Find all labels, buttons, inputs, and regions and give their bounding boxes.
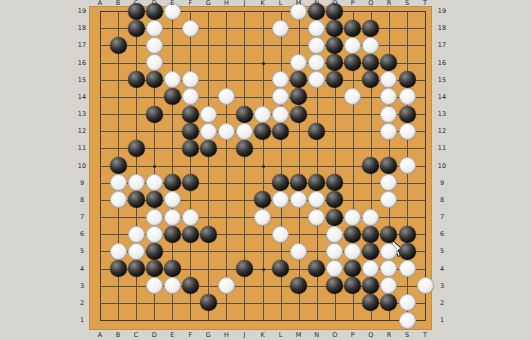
coord-label-right: 2 <box>435 300 449 307</box>
coord-label-top: H <box>219 0 233 7</box>
coord-label-right: 11 <box>435 145 449 152</box>
coord-label-bottom: A <box>93 332 107 339</box>
stone-black[interactable] <box>146 191 163 208</box>
stone-white[interactable] <box>399 294 416 311</box>
coord-label-bottom: R <box>382 332 396 339</box>
coord-label-left: 8 <box>75 197 89 204</box>
coord-label-right: 5 <box>435 248 449 255</box>
coord-label-bottom: H <box>219 332 233 339</box>
coord-label-bottom: C <box>129 332 143 339</box>
coord-label-bottom: K <box>256 332 270 339</box>
stone-black[interactable] <box>110 157 127 174</box>
coord-label-top: G <box>201 0 215 7</box>
coord-label-right: 14 <box>435 94 449 101</box>
stone-white[interactable] <box>110 174 127 191</box>
stone-black[interactable] <box>399 243 416 260</box>
coord-label-bottom: Q <box>364 332 378 339</box>
stone-black[interactable] <box>182 123 199 140</box>
coord-label-right: 12 <box>435 128 449 135</box>
stone-white[interactable] <box>146 277 163 294</box>
stone-black[interactable] <box>362 20 379 37</box>
coord-label-left: 5 <box>75 248 89 255</box>
coord-label-top: J <box>237 0 251 7</box>
coord-label-bottom: E <box>165 332 179 339</box>
stone-black[interactable] <box>326 209 343 226</box>
stone-white[interactable] <box>164 191 181 208</box>
star-point <box>262 165 265 168</box>
stone-black[interactable] <box>254 123 271 140</box>
coord-label-right: 7 <box>435 214 449 221</box>
stone-black[interactable] <box>399 106 416 123</box>
stone-black[interactable] <box>272 260 289 277</box>
coord-label-right: 18 <box>435 25 449 32</box>
stone-white[interactable] <box>128 226 145 243</box>
go-app-window: AABBCCDDEEFFGGHHJJKKLLMMNNOOPPQQRRSSTT19… <box>0 0 531 340</box>
stone-white[interactable] <box>417 277 434 294</box>
coord-label-left: 17 <box>75 42 89 49</box>
stone-black[interactable] <box>182 140 199 157</box>
stone-black[interactable] <box>164 88 181 105</box>
stone-black[interactable] <box>128 260 145 277</box>
stone-black[interactable] <box>399 226 416 243</box>
stone-white[interactable] <box>182 71 199 88</box>
coord-label-right: 19 <box>435 8 449 15</box>
stone-black[interactable] <box>344 226 361 243</box>
stone-black[interactable] <box>308 123 325 140</box>
stone-white[interactable] <box>362 209 379 226</box>
stone-black[interactable] <box>326 20 343 37</box>
stone-black[interactable] <box>146 260 163 277</box>
coord-label-top: C <box>129 0 143 7</box>
coord-label-bottom: J <box>237 332 251 339</box>
stone-black[interactable] <box>182 106 199 123</box>
coord-label-left: 9 <box>75 180 89 187</box>
coord-label-left: 15 <box>75 77 89 84</box>
stone-white[interactable] <box>146 226 163 243</box>
stone-white[interactable] <box>146 209 163 226</box>
stone-black[interactable] <box>326 37 343 54</box>
stone-black[interactable] <box>272 123 289 140</box>
stone-black[interactable] <box>128 140 145 157</box>
coord-label-right: 16 <box>435 60 449 67</box>
grid-line-horizontal <box>100 320 426 321</box>
stone-black[interactable] <box>399 71 416 88</box>
star-point <box>153 165 156 168</box>
stone-white[interactable] <box>164 209 181 226</box>
star-point <box>262 268 265 271</box>
coord-label-top: B <box>111 0 125 7</box>
stone-white[interactable] <box>236 123 253 140</box>
coord-label-top: T <box>418 0 432 7</box>
coord-label-bottom: S <box>400 332 414 339</box>
coord-label-top: L <box>274 0 288 7</box>
stone-white[interactable] <box>326 226 343 243</box>
coord-label-left: 14 <box>75 94 89 101</box>
coord-label-right: 6 <box>435 231 449 238</box>
coord-label-left: 1 <box>75 317 89 324</box>
stone-black[interactable] <box>182 226 199 243</box>
coord-label-right: 8 <box>435 197 449 204</box>
stone-white[interactable] <box>164 277 181 294</box>
stone-black[interactable] <box>182 174 199 191</box>
coord-label-top: K <box>256 0 270 7</box>
stone-black[interactable] <box>128 71 145 88</box>
coord-label-top: F <box>183 0 197 7</box>
coord-label-right: 17 <box>435 42 449 49</box>
stone-white[interactable] <box>344 209 361 226</box>
coord-label-top: M <box>292 0 306 7</box>
coord-label-bottom: O <box>328 332 342 339</box>
stone-black[interactable] <box>146 243 163 260</box>
coord-label-right: 13 <box>435 111 449 118</box>
coord-label-left: 19 <box>75 8 89 15</box>
stone-white[interactable] <box>128 243 145 260</box>
coord-label-top: O <box>328 0 342 7</box>
coord-label-top: D <box>147 0 161 7</box>
coord-label-top: E <box>165 0 179 7</box>
coord-label-left: 10 <box>75 163 89 170</box>
stone-white[interactable] <box>146 20 163 37</box>
stone-white[interactable] <box>254 209 271 226</box>
stone-white[interactable] <box>110 243 127 260</box>
coord-label-top: N <box>310 0 324 7</box>
stone-black[interactable] <box>344 20 361 37</box>
stone-white[interactable] <box>290 243 307 260</box>
coord-label-left: 3 <box>75 283 89 290</box>
stone-white[interactable] <box>308 209 325 226</box>
coord-label-right: 3 <box>435 283 449 290</box>
coord-label-left: 2 <box>75 300 89 307</box>
stone-black[interactable] <box>236 140 253 157</box>
stone-black[interactable] <box>236 260 253 277</box>
stone-white[interactable] <box>200 123 217 140</box>
stone-white[interactable] <box>218 123 235 140</box>
coord-label-left: 6 <box>75 231 89 238</box>
stone-black[interactable] <box>110 260 127 277</box>
stone-white[interactable] <box>272 20 289 37</box>
stone-white[interactable] <box>146 54 163 71</box>
stone-white[interactable] <box>272 106 289 123</box>
stone-black[interactable] <box>236 106 253 123</box>
coord-label-right: 1 <box>435 317 449 324</box>
coord-label-top: Q <box>364 0 378 7</box>
stone-black[interactable] <box>146 106 163 123</box>
coord-label-bottom: M <box>292 332 306 339</box>
stone-white[interactable] <box>272 226 289 243</box>
coord-label-left: 13 <box>75 111 89 118</box>
coord-label-bottom: L <box>274 332 288 339</box>
coord-label-left: 7 <box>75 214 89 221</box>
stone-black[interactable] <box>164 226 181 243</box>
stone-white[interactable] <box>399 260 416 277</box>
coord-label-left: 11 <box>75 145 89 152</box>
grid-line-vertical <box>425 11 426 321</box>
stone-white[interactable] <box>308 37 325 54</box>
stone-white[interactable] <box>182 209 199 226</box>
stone-white[interactable] <box>164 71 181 88</box>
stone-white[interactable] <box>399 312 416 329</box>
coord-label-right: 4 <box>435 266 449 273</box>
stone-white[interactable] <box>308 20 325 37</box>
stone-black[interactable] <box>146 71 163 88</box>
coord-label-bottom: D <box>147 332 161 339</box>
coord-label-bottom: P <box>346 332 360 339</box>
coord-label-left: 18 <box>75 25 89 32</box>
stone-white[interactable] <box>399 157 416 174</box>
stone-black[interactable] <box>110 37 127 54</box>
coord-label-right: 10 <box>435 163 449 170</box>
stone-white[interactable] <box>146 37 163 54</box>
coord-label-bottom: B <box>111 332 125 339</box>
stone-black[interactable] <box>200 226 217 243</box>
coord-label-top: P <box>346 0 360 7</box>
stone-black[interactable] <box>200 140 217 157</box>
coord-label-top: R <box>382 0 396 7</box>
stone-black[interactable] <box>128 191 145 208</box>
stone-black[interactable] <box>128 20 145 37</box>
star-point <box>262 62 265 65</box>
stone-black[interactable] <box>164 260 181 277</box>
coord-label-bottom: N <box>310 332 324 339</box>
stone-white[interactable] <box>128 174 145 191</box>
coord-label-bottom: T <box>418 332 432 339</box>
stone-black[interactable] <box>164 174 181 191</box>
stone-white[interactable] <box>380 106 397 123</box>
stone-black[interactable] <box>362 226 379 243</box>
stone-black[interactable] <box>290 106 307 123</box>
coord-label-bottom: F <box>183 332 197 339</box>
coord-label-top: A <box>93 0 107 7</box>
stone-white[interactable] <box>399 88 416 105</box>
coord-label-left: 12 <box>75 128 89 135</box>
coord-label-right: 9 <box>435 180 449 187</box>
stone-white[interactable] <box>200 106 217 123</box>
stone-black[interactable] <box>182 277 199 294</box>
stone-white[interactable] <box>182 20 199 37</box>
coord-label-top: S <box>400 0 414 7</box>
stone-white[interactable] <box>110 191 127 208</box>
coord-label-left: 4 <box>75 266 89 273</box>
stone-white[interactable] <box>254 106 271 123</box>
stone-white[interactable] <box>399 123 416 140</box>
coord-label-right: 15 <box>435 77 449 84</box>
coord-label-bottom: G <box>201 332 215 339</box>
stone-white[interactable] <box>146 174 163 191</box>
stone-white[interactable] <box>218 277 235 294</box>
coord-label-left: 16 <box>75 60 89 67</box>
